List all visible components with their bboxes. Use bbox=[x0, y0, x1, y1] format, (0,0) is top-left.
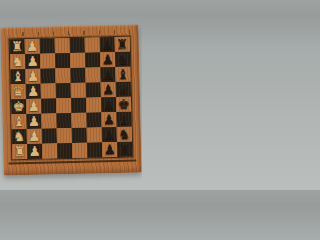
chess-board: ♜♟♟♜♞♟♟♞♝♟♟♝♛♟♟♛♚♟♟♚♝♟♟♝♞♟♟♞♜♟♟♜ bbox=[0, 24, 141, 175]
white-pawn: ♟ bbox=[25, 39, 40, 54]
square-b4[interactable] bbox=[55, 53, 70, 68]
square-c6[interactable] bbox=[85, 67, 100, 82]
square-e4[interactable] bbox=[56, 98, 71, 113]
black-pawn: ♟ bbox=[101, 112, 116, 127]
square-g6[interactable] bbox=[87, 127, 102, 142]
square-e6[interactable] bbox=[86, 97, 101, 112]
white-pawn: ♟ bbox=[26, 99, 41, 114]
square-g3[interactable] bbox=[42, 128, 57, 143]
square-f6[interactable] bbox=[86, 112, 101, 127]
black-knight: ♞ bbox=[117, 127, 132, 142]
black-pawn: ♟ bbox=[100, 37, 115, 52]
square-a5[interactable] bbox=[70, 38, 85, 53]
square-h5[interactable] bbox=[72, 143, 87, 158]
square-b7[interactable]: ♟ bbox=[100, 52, 115, 67]
square-d4[interactable] bbox=[56, 83, 71, 98]
white-rook: ♜ bbox=[12, 144, 27, 159]
square-b8[interactable]: ♞ bbox=[115, 52, 130, 67]
square-e1[interactable]: ♚ bbox=[11, 99, 26, 114]
black-knight: ♞ bbox=[115, 52, 130, 67]
square-f5[interactable] bbox=[71, 113, 86, 128]
board-grid: ♜♟♟♜♞♟♟♞♝♟♟♝♛♟♟♛♚♟♟♚♝♟♟♝♞♟♟♞♜♟♟♜ bbox=[9, 36, 134, 161]
black-bishop: ♝ bbox=[116, 112, 131, 127]
square-h1[interactable]: ♜ bbox=[12, 144, 27, 159]
square-a7[interactable]: ♟ bbox=[100, 37, 115, 52]
square-a3[interactable] bbox=[40, 38, 55, 53]
square-b3[interactable] bbox=[40, 53, 55, 68]
square-h7[interactable]: ♟ bbox=[102, 142, 117, 157]
white-king: ♚ bbox=[11, 99, 26, 114]
square-h3[interactable] bbox=[42, 143, 57, 158]
square-c4[interactable] bbox=[55, 68, 70, 83]
square-b6[interactable] bbox=[85, 52, 100, 67]
square-f4[interactable] bbox=[56, 113, 71, 128]
square-c3[interactable] bbox=[40, 68, 55, 83]
square-c5[interactable] bbox=[70, 68, 85, 83]
square-e5[interactable] bbox=[71, 98, 86, 113]
square-h8[interactable]: ♜ bbox=[117, 142, 132, 157]
black-rook: ♜ bbox=[117, 142, 132, 157]
white-queen: ♛ bbox=[11, 84, 26, 99]
table-surface: ♜♟♟♜♞♟♟♞♝♟♟♝♛♟♟♛♚♟♟♚♝♟♟♝♞♟♟♞♜♟♟♜ bbox=[0, 0, 142, 190]
border-groove bbox=[8, 160, 136, 165]
square-f3[interactable] bbox=[41, 113, 56, 128]
square-a4[interactable] bbox=[55, 38, 70, 53]
square-b5[interactable] bbox=[70, 53, 85, 68]
square-f7[interactable]: ♟ bbox=[101, 112, 116, 127]
black-pawn: ♟ bbox=[101, 97, 116, 112]
square-e2[interactable]: ♟ bbox=[26, 99, 41, 114]
black-pawn: ♟ bbox=[100, 52, 115, 67]
square-h6[interactable] bbox=[87, 142, 102, 157]
square-d1[interactable]: ♛ bbox=[11, 84, 26, 99]
square-d6[interactable] bbox=[86, 82, 101, 97]
black-pawn: ♟ bbox=[102, 142, 117, 157]
square-h2[interactable]: ♟ bbox=[27, 144, 42, 159]
square-c8[interactable]: ♝ bbox=[115, 67, 130, 82]
black-bishop: ♝ bbox=[115, 67, 130, 82]
square-a6[interactable] bbox=[85, 37, 100, 52]
square-a2[interactable]: ♟ bbox=[25, 39, 40, 54]
square-e3[interactable] bbox=[41, 98, 56, 113]
square-g8[interactable]: ♞ bbox=[117, 127, 132, 142]
square-h4[interactable] bbox=[57, 143, 72, 158]
square-d3[interactable] bbox=[41, 83, 56, 98]
square-e7[interactable]: ♟ bbox=[101, 97, 116, 112]
square-g5[interactable] bbox=[72, 128, 87, 143]
square-d5[interactable] bbox=[71, 83, 86, 98]
white-pawn: ♟ bbox=[27, 144, 42, 159]
square-g4[interactable] bbox=[57, 128, 72, 143]
square-f8[interactable]: ♝ bbox=[116, 112, 131, 127]
